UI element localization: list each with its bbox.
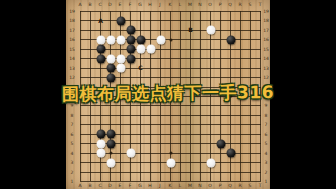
stone-black-c15 <box>96 45 105 54</box>
stone-black-d12 <box>106 73 115 82</box>
coord-label: 14 <box>69 56 75 61</box>
coord-label: K <box>169 182 172 187</box>
grid-hline <box>80 172 261 173</box>
stone-black-p5 <box>216 139 225 148</box>
coord-label: 12 <box>263 75 269 80</box>
coord-label: 18 <box>263 18 269 23</box>
coord-label: M <box>188 182 192 187</box>
coord-label: F <box>129 182 132 187</box>
coord-label: 13 <box>69 65 75 70</box>
coord-label: 8 <box>71 112 74 117</box>
stone-white-f4 <box>126 149 135 158</box>
stone-white-d16 <box>106 35 115 44</box>
stone-white-e16 <box>116 35 125 44</box>
stone-black-q16 <box>226 35 235 44</box>
coord-label: B <box>88 182 91 187</box>
coord-label: S <box>249 182 252 187</box>
stone-white-c4 <box>96 149 105 158</box>
candidate-a[interactable]: A <box>98 18 103 24</box>
coord-label: 13 <box>263 65 269 70</box>
grid-hline <box>80 124 261 125</box>
coord-label: F <box>129 2 132 7</box>
coord-label: 7 <box>71 122 74 127</box>
stone-black-d5 <box>106 139 115 148</box>
coord-label: 18 <box>69 18 75 23</box>
coord-label: T <box>259 2 262 7</box>
stone-white-e13 <box>116 64 125 73</box>
coord-label: 14 <box>263 56 269 61</box>
caption-overlay: 围棋布局选点猜下一手316 <box>0 80 336 107</box>
stone-black-c6 <box>96 130 105 139</box>
stone-white-c16 <box>96 35 105 44</box>
coord-label: Q <box>228 2 232 7</box>
coord-label: D <box>108 2 111 7</box>
stone-white-h15 <box>146 45 155 54</box>
stone-white-k3 <box>166 158 175 167</box>
stone-white-o3 <box>206 158 215 167</box>
stone-black-f15 <box>126 45 135 54</box>
coord-label: 6 <box>71 131 74 136</box>
coord-label: 17 <box>263 27 269 32</box>
coord-label: 5 <box>71 141 74 146</box>
coord-label: O <box>208 2 212 7</box>
coord-label: C <box>98 2 101 7</box>
coord-label: L <box>179 182 182 187</box>
stone-black-g16 <box>136 35 145 44</box>
stone-black-d13 <box>106 64 115 73</box>
coord-label: 5 <box>265 141 268 146</box>
candidate-c[interactable]: C <box>138 65 142 71</box>
coord-label: H <box>148 2 151 7</box>
coord-label: S <box>249 2 252 7</box>
coord-label: B <box>88 2 91 7</box>
stone-white-o17 <box>206 26 215 35</box>
coord-label: R <box>238 182 241 187</box>
coord-label: T <box>259 182 262 187</box>
coord-label: N <box>198 2 201 7</box>
coord-label: 3 <box>265 160 268 165</box>
coord-label: 15 <box>263 46 269 51</box>
stone-white-d3 <box>106 158 115 167</box>
coord-label: E <box>119 182 122 187</box>
stone-black-e18 <box>116 16 125 25</box>
coord-label: 2 <box>71 169 74 174</box>
candidate-b[interactable]: B <box>188 27 193 33</box>
stone-white-e14 <box>116 54 125 63</box>
stone-white-d14 <box>106 54 115 63</box>
coord-label: J <box>159 182 160 187</box>
coord-label: 7 <box>265 122 268 127</box>
coord-label: 8 <box>265 112 268 117</box>
coord-label: G <box>138 2 142 7</box>
stone-white-c5 <box>96 139 105 148</box>
stone-black-d6 <box>106 130 115 139</box>
coord-label: H <box>148 182 151 187</box>
coord-label: 17 <box>69 27 75 32</box>
coord-label: 1 <box>265 178 268 183</box>
coord-label: 2 <box>265 169 268 174</box>
coord-label: 4 <box>71 150 74 155</box>
video-frame: AABBCCDDEEFFGGHHJJKKLLMMNNOOPPQQRRSSTT19… <box>0 0 336 189</box>
star-point <box>109 152 112 155</box>
coord-label: A <box>78 2 81 7</box>
coord-label: O <box>208 182 212 187</box>
coord-label: 1 <box>71 178 74 183</box>
coord-label: 15 <box>69 46 75 51</box>
stone-black-f16 <box>126 35 135 44</box>
coord-label: 12 <box>69 75 75 80</box>
coord-label: P <box>219 2 222 7</box>
coord-label: 16 <box>69 37 75 42</box>
coord-label: 6 <box>265 131 268 136</box>
coord-label: J <box>159 2 160 7</box>
coord-label: E <box>119 2 122 7</box>
coord-label: L <box>179 2 182 7</box>
coord-label: 19 <box>69 9 75 14</box>
coord-label: N <box>198 182 201 187</box>
coord-label: R <box>238 2 241 7</box>
coord-label: P <box>219 182 222 187</box>
coord-label: M <box>188 2 192 7</box>
stone-black-c14 <box>96 54 105 63</box>
stone-white-j16 <box>156 35 165 44</box>
coord-label: K <box>169 2 172 7</box>
coord-label: D <box>108 182 111 187</box>
coord-label: 3 <box>71 160 74 165</box>
coord-label: 19 <box>263 9 269 14</box>
star-point <box>169 38 172 41</box>
coord-label: Q <box>228 182 232 187</box>
grid-hline <box>80 115 261 116</box>
coord-label: 16 <box>263 37 269 42</box>
coord-label: A <box>78 182 81 187</box>
stone-black-q4 <box>226 149 235 158</box>
coord-label: G <box>138 182 142 187</box>
stone-black-f14 <box>126 54 135 63</box>
stone-black-f17 <box>126 26 135 35</box>
coord-label: C <box>98 182 101 187</box>
stone-white-g15 <box>136 45 145 54</box>
coord-label: 4 <box>265 150 268 155</box>
star-point <box>169 152 172 155</box>
